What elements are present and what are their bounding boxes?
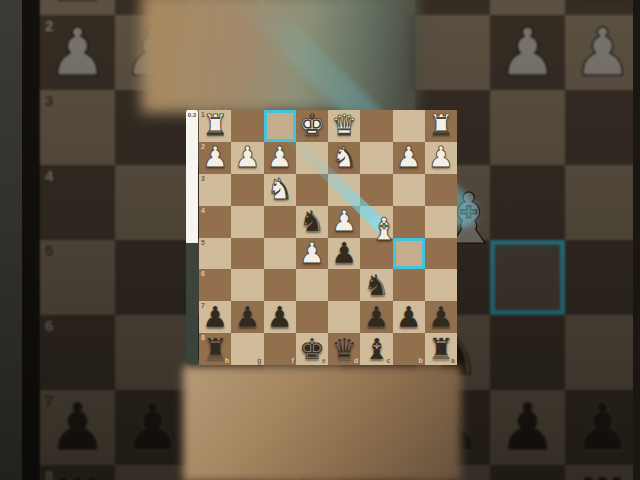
square-a4[interactable] — [425, 206, 457, 238]
file-label-d: d — [354, 357, 358, 364]
moving-bishop-white[interactable]: ♝ — [367, 211, 401, 247]
rank-label-3: 3 — [201, 175, 205, 182]
file-label-e: e — [322, 357, 326, 364]
file-label-f: f — [291, 357, 293, 364]
square-h4[interactable]: 4 — [199, 206, 231, 238]
pawn-white[interactable]: ♟ — [331, 207, 357, 236]
square-b3[interactable] — [393, 174, 425, 206]
square-d1[interactable]: ♛ — [328, 110, 360, 142]
rank-label-5: 5 — [201, 239, 205, 246]
file-label-b: b — [418, 357, 422, 364]
knight-black[interactable]: ♞ — [299, 207, 325, 236]
pawn-white[interactable]: ♟ — [299, 239, 325, 268]
square-g8[interactable]: g — [231, 333, 263, 365]
square-a2[interactable]: ♟ — [425, 142, 457, 174]
square-c1[interactable] — [360, 110, 392, 142]
square-h1[interactable]: ♜1 — [199, 110, 231, 142]
background-right-dark-strip — [633, 0, 640, 480]
chess-board: ♜1♚♛♜♟2♟♟♞♟♟3♞4♞♟5♟♟6♞♟7♟♟♟♟♟♜8hgf♚e♛d♝c… — [199, 110, 457, 365]
rank-label-4: 4 — [201, 207, 205, 214]
square-e5[interactable]: ♟ — [296, 238, 328, 270]
square-b8[interactable]: b — [393, 333, 425, 365]
pawn-black[interactable]: ♟ — [428, 303, 454, 332]
rank-label-1: 1 — [201, 111, 205, 118]
square-h3[interactable]: 3 — [199, 174, 231, 206]
square-g6[interactable] — [231, 269, 263, 301]
square-b1[interactable] — [393, 110, 425, 142]
square-e7[interactable] — [296, 301, 328, 333]
pawn-white[interactable]: ♟ — [267, 143, 293, 172]
rank-label-6: 6 — [201, 270, 205, 277]
rook-white[interactable]: ♜ — [428, 111, 454, 140]
square-c8[interactable]: ♝c — [360, 333, 392, 365]
pawn-black[interactable]: ♟ — [363, 303, 389, 332]
square-a6[interactable] — [425, 269, 457, 301]
square-d5[interactable]: ♟ — [328, 238, 360, 270]
square-f6[interactable] — [264, 269, 296, 301]
square-e4[interactable]: ♞ — [296, 206, 328, 238]
pawn-white[interactable]: ♟ — [428, 143, 454, 172]
background-blur-bottom — [183, 366, 461, 480]
file-label-c: c — [387, 357, 391, 364]
knight-black[interactable]: ♞ — [363, 271, 389, 300]
evaluation-bar-white-portion: 0.3 — [186, 110, 198, 243]
square-f4[interactable] — [264, 206, 296, 238]
square-b6[interactable] — [393, 269, 425, 301]
king-black[interactable]: ♚ — [299, 335, 325, 364]
square-e6[interactable] — [296, 269, 328, 301]
square-g2[interactable]: ♟ — [231, 142, 263, 174]
square-a8[interactable]: ♜a — [425, 333, 457, 365]
square-h5[interactable]: 5 — [199, 238, 231, 270]
square-a7[interactable]: ♟ — [425, 301, 457, 333]
square-a1[interactable]: ♜ — [425, 110, 457, 142]
knight-white[interactable]: ♞ — [331, 143, 357, 172]
pawn-black[interactable]: ♟ — [202, 303, 228, 332]
pawn-black[interactable]: ♟ — [396, 303, 422, 332]
square-e8[interactable]: ♚e — [296, 333, 328, 365]
file-label-g: g — [257, 357, 261, 364]
square-b7[interactable]: ♟ — [393, 301, 425, 333]
square-h8[interactable]: ♜8h — [199, 333, 231, 365]
square-d7[interactable] — [328, 301, 360, 333]
rook-white[interactable]: ♜ — [202, 111, 228, 140]
square-d6[interactable] — [328, 269, 360, 301]
square-f5[interactable] — [264, 238, 296, 270]
pawn-black[interactable]: ♟ — [267, 303, 293, 332]
square-d8[interactable]: ♛d — [328, 333, 360, 365]
square-b2[interactable]: ♟ — [393, 142, 425, 174]
square-g3[interactable] — [231, 174, 263, 206]
square-a3[interactable] — [425, 174, 457, 206]
evaluation-value: 0.3 — [186, 112, 198, 118]
square-g7[interactable]: ♟ — [231, 301, 263, 333]
knight-white[interactable]: ♞ — [267, 175, 293, 204]
pawn-black[interactable]: ♟ — [331, 239, 357, 268]
pawn-white[interactable]: ♟ — [202, 143, 228, 172]
square-c7[interactable]: ♟ — [360, 301, 392, 333]
file-label-a: a — [451, 357, 455, 364]
evaluation-bar: 0.3 — [186, 110, 198, 364]
rank-label-7: 7 — [201, 302, 205, 309]
pawn-black[interactable]: ♟ — [234, 303, 260, 332]
square-c6[interactable]: ♞ — [360, 269, 392, 301]
square-h7[interactable]: ♟7 — [199, 301, 231, 333]
square-g4[interactable] — [231, 206, 263, 238]
square-f8[interactable]: f — [264, 333, 296, 365]
video-frame: ♜1♚♛♜♟2♟♟♞♟♟3♞4♞♟5♟♟6♞♟7♟♟♟♟♟♜8hgf♚e♛d♝c… — [0, 0, 640, 480]
pawn-white[interactable]: ♟ — [396, 143, 422, 172]
rank-label-2: 2 — [201, 143, 205, 150]
rank-label-8: 8 — [201, 334, 205, 341]
rook-black[interactable]: ♜ — [428, 335, 454, 364]
king-white[interactable]: ♚ — [299, 111, 325, 140]
square-h6[interactable]: 6 — [199, 269, 231, 301]
square-g5[interactable] — [231, 238, 263, 270]
file-label-h: h — [225, 357, 229, 364]
pawn-white[interactable]: ♟ — [234, 143, 260, 172]
square-h2[interactable]: ♟2 — [199, 142, 231, 174]
square-a5[interactable] — [425, 238, 457, 270]
square-f7[interactable]: ♟ — [264, 301, 296, 333]
square-c2[interactable] — [360, 142, 392, 174]
square-f3[interactable]: ♞ — [264, 174, 296, 206]
queen-white[interactable]: ♛ — [331, 111, 357, 140]
bishop-black[interactable]: ♝ — [363, 335, 389, 364]
square-g1[interactable] — [231, 110, 263, 142]
